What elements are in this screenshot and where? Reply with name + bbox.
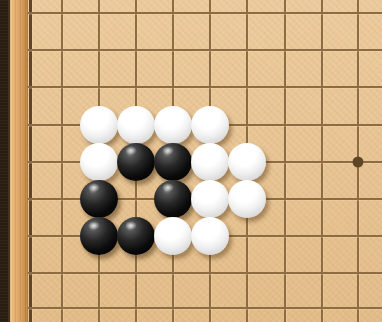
white-stone <box>191 180 229 218</box>
black-stone <box>154 143 192 181</box>
black-stone <box>117 143 155 181</box>
star-point <box>353 156 364 167</box>
grid-line-horizontal <box>28 49 382 51</box>
grid-line-horizontal <box>28 86 382 88</box>
go-app-screenshot <box>0 0 382 322</box>
white-stone <box>80 106 118 144</box>
white-stone <box>154 106 192 144</box>
white-stone <box>117 106 155 144</box>
white-stone <box>191 143 229 181</box>
white-stone <box>228 180 266 218</box>
white-stone <box>191 106 229 144</box>
black-stone <box>154 180 192 218</box>
white-stone <box>154 217 192 255</box>
white-stone <box>191 217 229 255</box>
white-stone <box>80 143 118 181</box>
grid-line-horizontal <box>28 12 382 14</box>
white-stone <box>228 143 266 181</box>
board-overlay <box>0 0 382 322</box>
grid-line-horizontal <box>28 272 382 274</box>
black-stone <box>80 180 118 218</box>
black-stone <box>80 217 118 255</box>
grid-line-horizontal <box>28 307 382 309</box>
black-stone <box>117 217 155 255</box>
